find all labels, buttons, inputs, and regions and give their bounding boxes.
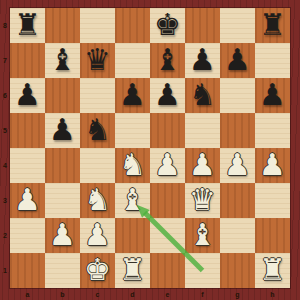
rank-label-4: 4	[0, 148, 10, 183]
white-bishop-d3[interactable]: ♝	[115, 183, 150, 218]
file-label-c: c	[80, 288, 115, 300]
square-b5[interactable]: ♟	[45, 113, 80, 148]
square-h8[interactable]: ♜	[255, 8, 290, 43]
black-pawn-g7[interactable]: ♟	[220, 43, 255, 78]
black-bishop-e7[interactable]: ♝	[150, 43, 185, 78]
black-pawn-f7[interactable]: ♟	[185, 43, 220, 78]
square-g2[interactable]	[220, 218, 255, 253]
white-pawn-c2[interactable]: ♟	[80, 218, 115, 253]
square-d1[interactable]: ♜	[115, 253, 150, 288]
square-a6[interactable]: ♟	[10, 78, 45, 113]
chess-board: ♜♚♜♝♛♝♟♟♟♟♟♞♟♟♞♞♟♟♟♟♟♞♝♛♟♟♝♚♜♜	[10, 8, 290, 288]
square-f4[interactable]: ♟	[185, 148, 220, 183]
square-f7[interactable]: ♟	[185, 43, 220, 78]
square-a5[interactable]	[10, 113, 45, 148]
square-e5[interactable]	[150, 113, 185, 148]
file-label-a: a	[10, 288, 45, 300]
square-d4[interactable]: ♞	[115, 148, 150, 183]
square-e8[interactable]: ♚	[150, 8, 185, 43]
white-pawn-h4[interactable]: ♟	[255, 148, 290, 183]
rank-label-6: 6	[0, 78, 10, 113]
black-pawn-e6[interactable]: ♟	[150, 78, 185, 113]
square-b2[interactable]: ♟	[45, 218, 80, 253]
square-e7[interactable]: ♝	[150, 43, 185, 78]
square-c5[interactable]: ♞	[80, 113, 115, 148]
square-f8[interactable]	[185, 8, 220, 43]
black-king-e8[interactable]: ♚	[150, 8, 185, 43]
square-b3[interactable]	[45, 183, 80, 218]
square-d8[interactable]	[115, 8, 150, 43]
file-label-h: h	[255, 288, 290, 300]
square-d3[interactable]: ♝	[115, 183, 150, 218]
rank-label-7: 7	[0, 43, 10, 78]
white-king-c1[interactable]: ♚	[80, 253, 115, 288]
square-g4[interactable]: ♟	[220, 148, 255, 183]
square-h7[interactable]	[255, 43, 290, 78]
square-c4[interactable]	[80, 148, 115, 183]
rank-label-3: 3	[0, 183, 10, 218]
black-rook-h8[interactable]: ♜	[255, 8, 290, 43]
square-d6[interactable]: ♟	[115, 78, 150, 113]
square-h6[interactable]: ♟	[255, 78, 290, 113]
file-label-g: g	[220, 288, 255, 300]
square-h4[interactable]: ♟	[255, 148, 290, 183]
square-h5[interactable]	[255, 113, 290, 148]
white-knight-c3[interactable]: ♞	[80, 183, 115, 218]
square-g7[interactable]: ♟	[220, 43, 255, 78]
square-g3[interactable]	[220, 183, 255, 218]
black-pawn-d6[interactable]: ♟	[115, 78, 150, 113]
square-e4[interactable]: ♟	[150, 148, 185, 183]
square-d7[interactable]	[115, 43, 150, 78]
file-label-b: b	[45, 288, 80, 300]
white-pawn-f4[interactable]: ♟	[185, 148, 220, 183]
square-g1[interactable]	[220, 253, 255, 288]
square-f5[interactable]	[185, 113, 220, 148]
square-a2[interactable]	[10, 218, 45, 253]
square-g5[interactable]	[220, 113, 255, 148]
black-knight-f6[interactable]: ♞	[185, 78, 220, 113]
square-h2[interactable]	[255, 218, 290, 253]
square-d2[interactable]	[115, 218, 150, 253]
file-label-e: e	[150, 288, 185, 300]
square-d5[interactable]	[115, 113, 150, 148]
white-pawn-b2[interactable]: ♟	[45, 218, 80, 253]
square-h3[interactable]	[255, 183, 290, 218]
square-c2[interactable]: ♟	[80, 218, 115, 253]
square-b6[interactable]	[45, 78, 80, 113]
square-a4[interactable]	[10, 148, 45, 183]
black-rook-a8[interactable]: ♜	[10, 8, 45, 43]
rank-label-2: 2	[0, 218, 10, 253]
square-a1[interactable]	[10, 253, 45, 288]
square-e1[interactable]	[150, 253, 185, 288]
file-label-d: d	[115, 288, 150, 300]
file-label-f: f	[185, 288, 220, 300]
white-knight-d4[interactable]: ♞	[115, 148, 150, 183]
chessboard-frame: ♜♚♜♝♛♝♟♟♟♟♟♞♟♟♞♞♟♟♟♟♟♞♝♛♟♟♝♚♜♜ 87654321a…	[0, 0, 300, 300]
square-c7[interactable]: ♛	[80, 43, 115, 78]
square-f3[interactable]: ♛	[185, 183, 220, 218]
black-pawn-h6[interactable]: ♟	[255, 78, 290, 113]
white-bishop-f2[interactable]: ♝	[185, 218, 220, 253]
square-f2[interactable]: ♝	[185, 218, 220, 253]
square-c1[interactable]: ♚	[80, 253, 115, 288]
white-pawn-a3[interactable]: ♟	[10, 183, 45, 218]
square-b4[interactable]	[45, 148, 80, 183]
square-g6[interactable]	[220, 78, 255, 113]
square-c6[interactable]	[80, 78, 115, 113]
square-a3[interactable]: ♟	[10, 183, 45, 218]
square-e2[interactable]	[150, 218, 185, 253]
white-pawn-g4[interactable]: ♟	[220, 148, 255, 183]
square-b8[interactable]	[45, 8, 80, 43]
white-rook-h1[interactable]: ♜	[255, 253, 290, 288]
rank-label-1: 1	[0, 253, 10, 288]
square-c8[interactable]	[80, 8, 115, 43]
square-a7[interactable]	[10, 43, 45, 78]
square-a8[interactable]: ♜	[10, 8, 45, 43]
square-c3[interactable]: ♞	[80, 183, 115, 218]
square-g8[interactable]	[220, 8, 255, 43]
black-pawn-b5[interactable]: ♟	[45, 113, 80, 148]
black-knight-c5[interactable]: ♞	[80, 113, 115, 148]
black-bishop-b7[interactable]: ♝	[45, 43, 80, 78]
rank-label-5: 5	[0, 113, 10, 148]
white-pawn-e4[interactable]: ♟	[150, 148, 185, 183]
white-queen-f3[interactable]: ♛	[185, 183, 220, 218]
rank-label-8: 8	[0, 8, 10, 43]
black-pawn-a6[interactable]: ♟	[10, 78, 45, 113]
square-e3[interactable]	[150, 183, 185, 218]
black-queen-c7[interactable]: ♛	[80, 43, 115, 78]
square-b1[interactable]	[45, 253, 80, 288]
square-f6[interactable]: ♞	[185, 78, 220, 113]
square-h1[interactable]: ♜	[255, 253, 290, 288]
white-rook-d1[interactable]: ♜	[115, 253, 150, 288]
square-e6[interactable]: ♟	[150, 78, 185, 113]
square-f1[interactable]	[185, 253, 220, 288]
square-b7[interactable]: ♝	[45, 43, 80, 78]
